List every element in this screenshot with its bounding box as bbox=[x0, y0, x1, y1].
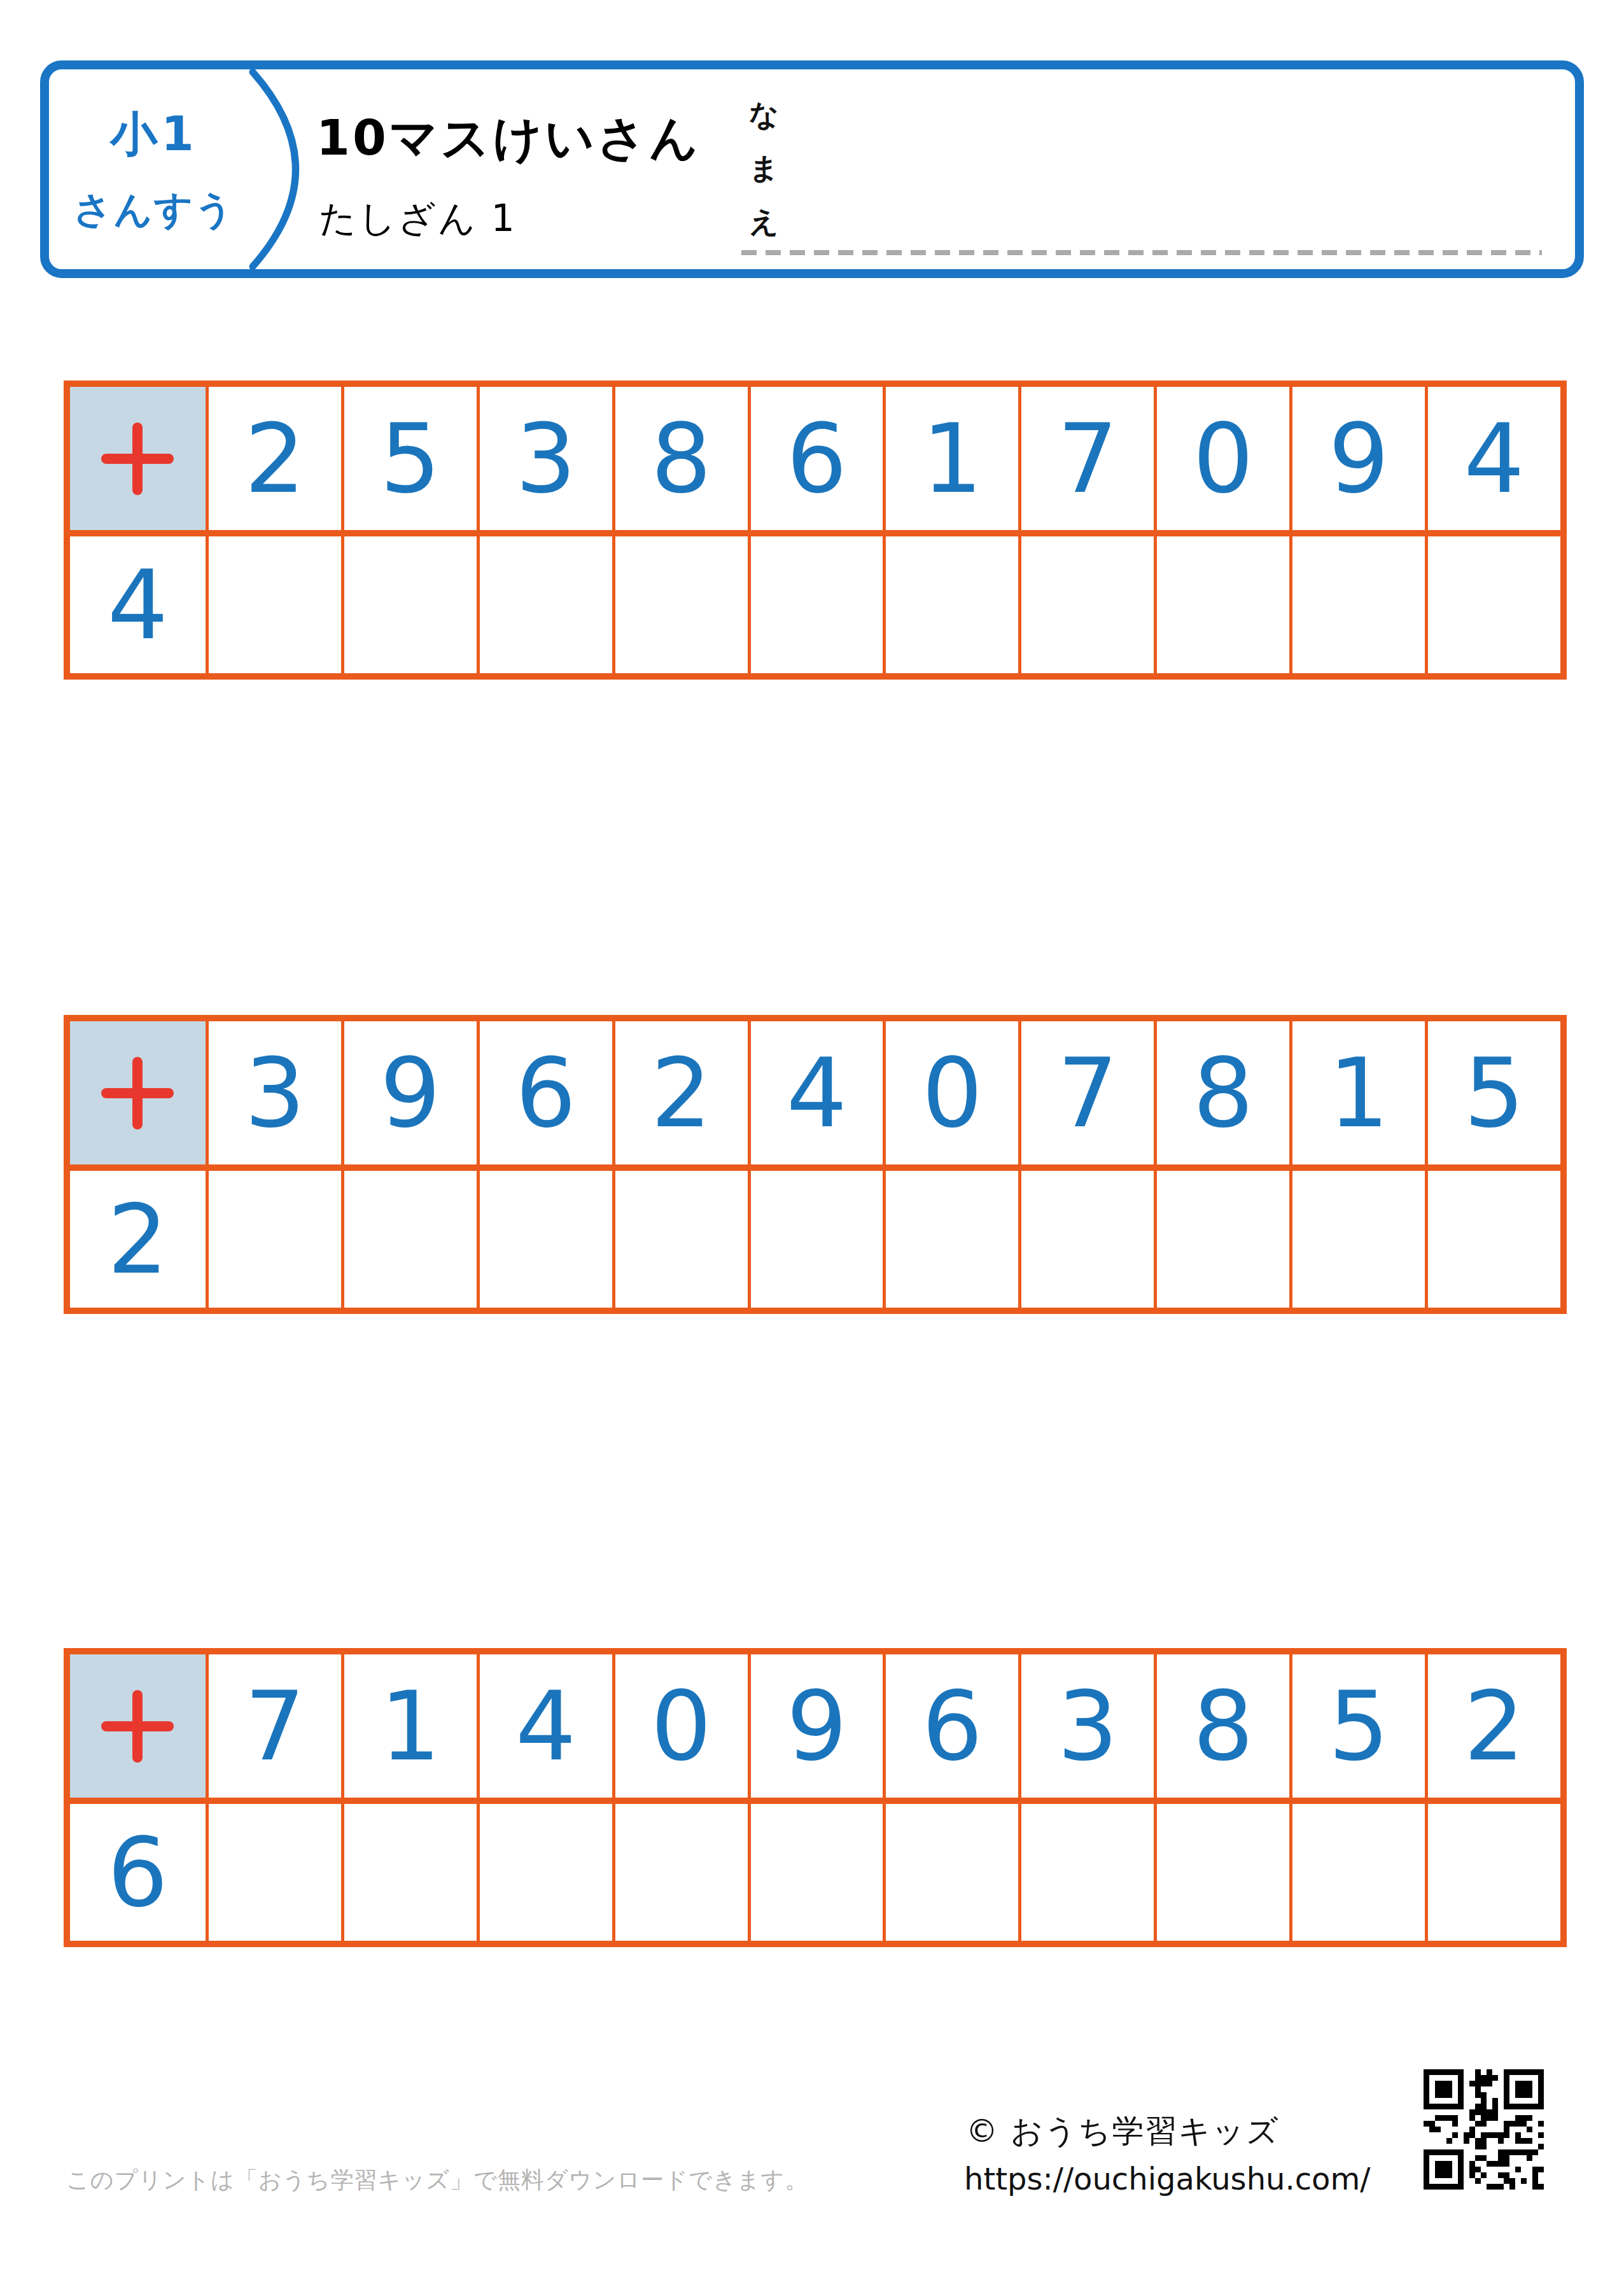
site-url: https://ouchigakushu.com/ bbox=[964, 2161, 1370, 2197]
answer-cell[interactable] bbox=[748, 530, 883, 673]
operand-cell: 0 bbox=[612, 1654, 748, 1798]
header-panel: 小1 さんすう 10マスけいさん たしざん 1 な ま え bbox=[40, 60, 1584, 278]
answer-cell[interactable] bbox=[1018, 1164, 1154, 1308]
operand-cell: 5 bbox=[1425, 1021, 1560, 1164]
answer-cell[interactable] bbox=[206, 1798, 341, 1941]
answer-cell[interactable] bbox=[341, 1164, 477, 1308]
addend-cell: 4 bbox=[70, 530, 206, 673]
answer-cell[interactable] bbox=[1425, 1798, 1560, 1941]
name-label-char: ま bbox=[749, 153, 779, 183]
copyright-text: © おうち学習キッズ bbox=[966, 2110, 1280, 2153]
operand-cell: 5 bbox=[1289, 1654, 1425, 1798]
operand-cell: 7 bbox=[1018, 387, 1154, 530]
answer-cell[interactable] bbox=[1289, 530, 1425, 673]
operand-cell: 6 bbox=[477, 1021, 612, 1164]
operand-cell: 7 bbox=[206, 1654, 341, 1798]
subject-label: さんすう bbox=[73, 185, 235, 236]
operand-cell: 4 bbox=[1425, 387, 1560, 530]
plus-icon bbox=[100, 1056, 175, 1131]
operand-cell: 0 bbox=[883, 1021, 1018, 1164]
operand-cell: 1 bbox=[1289, 1021, 1425, 1164]
operand-cell: 3 bbox=[1018, 1654, 1154, 1798]
operand-cell: 7 bbox=[1018, 1021, 1154, 1164]
answer-cell[interactable] bbox=[206, 530, 341, 673]
operand-cell: 0 bbox=[1154, 387, 1289, 530]
answer-cell[interactable] bbox=[1018, 530, 1154, 673]
answer-cell[interactable] bbox=[1289, 1164, 1425, 1308]
operand-cell: 2 bbox=[612, 1021, 748, 1164]
operand-cell: 3 bbox=[477, 387, 612, 530]
grade-label: 小1 bbox=[110, 103, 198, 167]
answer-cell[interactable] bbox=[612, 1798, 748, 1941]
operand-cell: 8 bbox=[612, 387, 748, 530]
answer-cell[interactable] bbox=[883, 1798, 1018, 1941]
addition-grid-3: 71409638526 bbox=[64, 1648, 1567, 1947]
plus-icon bbox=[100, 421, 175, 496]
download-note: このプリントは「おうち学習キッズ」で無料ダウンロードできます。 bbox=[66, 2165, 808, 2196]
plus-cell bbox=[70, 1654, 206, 1798]
operand-cell: 8 bbox=[1154, 1654, 1289, 1798]
operand-cell: 4 bbox=[477, 1654, 612, 1798]
answer-cell[interactable] bbox=[341, 530, 477, 673]
operand-cell: 6 bbox=[748, 387, 883, 530]
answer-cell[interactable] bbox=[341, 1798, 477, 1941]
name-label-char: え bbox=[749, 207, 779, 236]
operand-cell: 2 bbox=[1425, 1654, 1560, 1798]
name-input-line[interactable] bbox=[741, 250, 1542, 255]
answer-cell[interactable] bbox=[612, 1164, 748, 1308]
addend-cell: 2 bbox=[70, 1164, 206, 1308]
answer-cell[interactable] bbox=[477, 1798, 612, 1941]
operand-cell: 9 bbox=[341, 1021, 477, 1164]
answer-cell[interactable] bbox=[883, 530, 1018, 673]
operand-cell: 1 bbox=[883, 387, 1018, 530]
qr-code bbox=[1424, 2069, 1544, 2190]
name-label: な ま え bbox=[749, 100, 779, 236]
plus-cell bbox=[70, 1021, 206, 1164]
worksheet-page: { "game": "10-masu keisan (10-cell addit… bbox=[0, 0, 1624, 2278]
addition-grid-1: 25386170944 bbox=[64, 381, 1567, 680]
answer-cell[interactable] bbox=[1018, 1798, 1154, 1941]
operand-cell: 6 bbox=[883, 1654, 1018, 1798]
grade-badge: 小1 さんすう bbox=[49, 69, 259, 269]
page-title: 10マスけいさん bbox=[316, 106, 701, 172]
answer-cell[interactable] bbox=[748, 1164, 883, 1308]
answer-cell[interactable] bbox=[1154, 1164, 1289, 1308]
answer-cell[interactable] bbox=[748, 1798, 883, 1941]
name-label-char: な bbox=[749, 100, 779, 129]
plus-icon bbox=[100, 1689, 175, 1764]
operand-cell: 9 bbox=[1289, 387, 1425, 530]
answer-cell[interactable] bbox=[883, 1164, 1018, 1308]
operand-cell: 2 bbox=[206, 387, 341, 530]
answer-cell[interactable] bbox=[1154, 1798, 1289, 1941]
page-subtitle: たしざん 1 bbox=[319, 194, 517, 244]
plus-cell bbox=[70, 387, 206, 530]
operand-cell: 3 bbox=[206, 1021, 341, 1164]
addend-cell: 6 bbox=[70, 1798, 206, 1941]
answer-cell[interactable] bbox=[206, 1164, 341, 1308]
operand-cell: 8 bbox=[1154, 1021, 1289, 1164]
operand-cell: 1 bbox=[341, 1654, 477, 1798]
answer-cell[interactable] bbox=[1154, 530, 1289, 673]
answer-cell[interactable] bbox=[1425, 530, 1560, 673]
operand-cell: 5 bbox=[341, 387, 477, 530]
answer-cell[interactable] bbox=[612, 530, 748, 673]
answer-cell[interactable] bbox=[1289, 1798, 1425, 1941]
operand-cell: 9 bbox=[748, 1654, 883, 1798]
answer-cell[interactable] bbox=[1425, 1164, 1560, 1308]
answer-cell[interactable] bbox=[477, 1164, 612, 1308]
operand-cell: 4 bbox=[748, 1021, 883, 1164]
addition-grid-2: 39624078152 bbox=[64, 1015, 1567, 1314]
answer-cell[interactable] bbox=[477, 530, 612, 673]
